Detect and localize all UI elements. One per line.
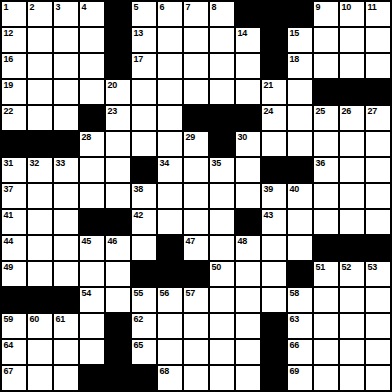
clue-number-64: 64: [4, 340, 13, 350]
block-cell-r9c4: [80, 210, 104, 234]
block-cell-r15c4: [80, 366, 104, 390]
clue-number-24: 24: [264, 106, 273, 116]
cell-r1c1[interactable]: 1: [2, 2, 26, 26]
cell-r3c15[interactable]: [366, 54, 390, 78]
cell-r1c3[interactable]: 3: [54, 2, 78, 26]
clue-number-53: 53: [368, 262, 377, 272]
clue-number-8: 8: [212, 2, 217, 12]
clue-number-62: 62: [134, 314, 143, 324]
cell-r10c6[interactable]: [132, 236, 156, 260]
block-cell-r15c6: [132, 366, 156, 390]
clue-number-9: 9: [316, 2, 321, 12]
block-cell-r9c5: [106, 210, 130, 234]
cell-r4c2[interactable]: [28, 80, 52, 104]
clue-number-48: 48: [238, 236, 247, 246]
cell-r15c8[interactable]: [184, 366, 208, 390]
clue-number-42: 42: [134, 210, 143, 220]
clue-number-28: 28: [82, 132, 91, 142]
block-cell-r7c11: [262, 158, 286, 182]
cell-r4c5[interactable]: 20: [106, 80, 130, 104]
cell-r7c7[interactable]: 34: [158, 158, 182, 182]
cell-r14c2[interactable]: [28, 340, 52, 364]
clue-number-50: 50: [212, 262, 221, 272]
block-cell-r5c8: [184, 106, 208, 130]
clue-number-5: 5: [134, 2, 139, 12]
clue-number-58: 58: [290, 288, 299, 298]
block-cell-r5c10: [236, 106, 260, 130]
cell-r1c13[interactable]: 9: [314, 2, 338, 26]
cell-r10c2[interactable]: [28, 236, 52, 260]
clue-number-44: 44: [4, 236, 13, 246]
cell-r1c15[interactable]: 11: [366, 2, 390, 26]
cell-r14c12[interactable]: 66: [288, 340, 312, 364]
cell-r8c5[interactable]: [106, 184, 130, 208]
block-cell-r15c5: [106, 366, 130, 390]
cell-r1c9[interactable]: 8: [210, 2, 234, 26]
block-cell-r3c11: [262, 54, 286, 78]
cell-r5c11[interactable]: 24: [262, 106, 286, 130]
cell-r9c11[interactable]: 43: [262, 210, 286, 234]
cell-r9c6[interactable]: 42: [132, 210, 156, 234]
cell-r10c4[interactable]: 45: [80, 236, 104, 260]
cell-r12c14[interactable]: [340, 288, 364, 312]
clue-number-30: 30: [238, 132, 247, 142]
cell-r11c13[interactable]: 51: [314, 262, 338, 286]
block-cell-r14c5: [106, 340, 130, 364]
cell-r6c6[interactable]: [132, 132, 156, 156]
cell-r6c14[interactable]: [340, 132, 364, 156]
block-cell-r3c5: [106, 54, 130, 78]
cell-r2c7[interactable]: [158, 28, 182, 52]
clue-number-13: 13: [134, 28, 143, 38]
cell-r7c13[interactable]: 36: [314, 158, 338, 182]
cell-r15c12[interactable]: 69: [288, 366, 312, 390]
cell-r2c12[interactable]: 15: [288, 28, 312, 52]
clue-number-22: 22: [4, 106, 13, 116]
block-cell-r10c14: [340, 236, 364, 260]
clue-number-67: 67: [4, 366, 13, 376]
cell-r8c9[interactable]: [210, 184, 234, 208]
clue-number-40: 40: [290, 184, 299, 194]
cell-r4c1[interactable]: 19: [2, 80, 26, 104]
cell-r3c2[interactable]: [28, 54, 52, 78]
clue-number-59: 59: [4, 314, 13, 324]
cell-r10c3[interactable]: [54, 236, 78, 260]
cell-r14c1[interactable]: 64: [2, 340, 26, 364]
clue-number-12: 12: [4, 28, 13, 38]
cell-r4c4[interactable]: [80, 80, 104, 104]
cell-r10c9[interactable]: [210, 236, 234, 260]
cell-r7c5[interactable]: [106, 158, 130, 182]
cell-r7c3[interactable]: 33: [54, 158, 78, 182]
cell-r10c10[interactable]: 48: [236, 236, 260, 260]
block-cell-r13c11: [262, 314, 286, 338]
cell-r6c7[interactable]: [158, 132, 182, 156]
clue-number-37: 37: [4, 184, 13, 194]
cell-r8c14[interactable]: [340, 184, 364, 208]
clue-number-16: 16: [4, 54, 13, 64]
cell-r6c8[interactable]: 29: [184, 132, 208, 156]
cell-r1c4[interactable]: 4: [80, 2, 104, 26]
cell-r15c15[interactable]: [366, 366, 390, 390]
cell-r4c8[interactable]: [184, 80, 208, 104]
cell-r14c9[interactable]: [210, 340, 234, 364]
cell-r5c5[interactable]: 23: [106, 106, 130, 130]
cell-r15c14[interactable]: [340, 366, 364, 390]
cell-r12c5[interactable]: [106, 288, 130, 312]
cell-r15c13[interactable]: [314, 366, 338, 390]
cell-r14c13[interactable]: [314, 340, 338, 364]
cell-r8c11[interactable]: 39: [262, 184, 286, 208]
clue-number-21: 21: [264, 80, 273, 90]
cell-r6c11[interactable]: [262, 132, 286, 156]
block-cell-r13c5: [106, 314, 130, 338]
cell-r8c3[interactable]: [54, 184, 78, 208]
cell-r9c13[interactable]: [314, 210, 338, 234]
cell-r13c3[interactable]: 61: [54, 314, 78, 338]
block-cell-r11c7: [158, 262, 182, 286]
cell-r5c7[interactable]: [158, 106, 182, 130]
block-cell-r11c6: [132, 262, 156, 286]
cell-r5c14[interactable]: 26: [340, 106, 364, 130]
block-cell-r5c4: [80, 106, 104, 130]
cell-r15c9[interactable]: [210, 366, 234, 390]
block-cell-r7c12: [288, 158, 312, 182]
cell-r13c6[interactable]: 62: [132, 314, 156, 338]
cell-r8c12[interactable]: 40: [288, 184, 312, 208]
cell-r15c7[interactable]: 68: [158, 366, 182, 390]
cell-r12c7[interactable]: 56: [158, 288, 182, 312]
cell-r14c10[interactable]: [236, 340, 260, 364]
cell-r2c1[interactable]: 12: [2, 28, 26, 52]
clue-number-45: 45: [82, 236, 91, 246]
cell-r1c8[interactable]: 7: [184, 2, 208, 26]
clue-number-25: 25: [316, 106, 325, 116]
cell-r4c10[interactable]: [236, 80, 260, 104]
clue-number-15: 15: [290, 28, 299, 38]
clue-number-23: 23: [108, 106, 117, 116]
cell-r8c15[interactable]: [366, 184, 390, 208]
crossword-grid: 1234567891011121314151617181920212223242…: [0, 0, 392, 392]
block-cell-r6c2: [28, 132, 52, 156]
cell-r9c9[interactable]: [210, 210, 234, 234]
cell-r14c14[interactable]: [340, 340, 364, 364]
cell-r3c14[interactable]: [340, 54, 364, 78]
cell-r12c13[interactable]: [314, 288, 338, 312]
cell-r13c14[interactable]: [340, 314, 364, 338]
cell-r3c3[interactable]: [54, 54, 78, 78]
block-cell-r4c15: [366, 80, 390, 104]
cell-r10c8[interactable]: 47: [184, 236, 208, 260]
cell-r13c2[interactable]: 60: [28, 314, 52, 338]
clue-number-56: 56: [160, 288, 169, 298]
block-cell-r15c11: [262, 366, 286, 390]
cell-r13c1[interactable]: 59: [2, 314, 26, 338]
clue-number-32: 32: [30, 158, 39, 168]
clue-number-66: 66: [290, 340, 299, 350]
clue-number-10: 10: [342, 2, 351, 12]
block-cell-r10c15: [366, 236, 390, 260]
cell-r11c4[interactable]: [80, 262, 104, 286]
block-cell-r1c10: [236, 2, 260, 26]
block-cell-r12c3: [54, 288, 78, 312]
clue-number-34: 34: [160, 158, 169, 168]
cell-r2c6[interactable]: 13: [132, 28, 156, 52]
cell-r12c9[interactable]: [210, 288, 234, 312]
cell-r14c7[interactable]: [158, 340, 182, 364]
cell-r8c7[interactable]: [158, 184, 182, 208]
block-cell-r6c9: [210, 132, 234, 156]
clue-number-11: 11: [368, 2, 377, 12]
clue-number-61: 61: [56, 314, 65, 324]
cell-r14c8[interactable]: [184, 340, 208, 364]
cell-r12c11[interactable]: [262, 288, 286, 312]
clue-number-57: 57: [186, 288, 195, 298]
cell-r3c12[interactable]: 18: [288, 54, 312, 78]
block-cell-r4c13: [314, 80, 338, 104]
cell-r10c12[interactable]: [288, 236, 312, 260]
cell-r4c7[interactable]: [158, 80, 182, 104]
cell-r4c3[interactable]: [54, 80, 78, 104]
cell-r7c15[interactable]: [366, 158, 390, 182]
cell-r9c15[interactable]: [366, 210, 390, 234]
cell-r11c3[interactable]: [54, 262, 78, 286]
cell-r1c2[interactable]: 2: [28, 2, 52, 26]
cell-r8c4[interactable]: [80, 184, 104, 208]
cell-r2c9[interactable]: [210, 28, 234, 52]
clue-number-38: 38: [134, 184, 143, 194]
cell-r1c14[interactable]: 10: [340, 2, 364, 26]
cell-r14c6[interactable]: 65: [132, 340, 156, 364]
cell-r8c10[interactable]: [236, 184, 260, 208]
clue-number-6: 6: [160, 2, 165, 12]
cell-r1c7[interactable]: 6: [158, 2, 182, 26]
cell-r10c11[interactable]: [262, 236, 286, 260]
clue-number-39: 39: [264, 184, 273, 194]
block-cell-r6c1: [2, 132, 26, 156]
cell-r3c4[interactable]: [80, 54, 104, 78]
clue-number-55: 55: [134, 288, 143, 298]
cell-r4c12[interactable]: [288, 80, 312, 104]
cell-r2c2[interactable]: [28, 28, 52, 52]
clue-number-20: 20: [108, 80, 117, 90]
clue-number-1: 1: [4, 2, 9, 12]
cell-r5c15[interactable]: 27: [366, 106, 390, 130]
cell-r8c8[interactable]: [184, 184, 208, 208]
cell-r6c13[interactable]: [314, 132, 338, 156]
cell-r9c14[interactable]: [340, 210, 364, 234]
clue-number-54: 54: [82, 288, 91, 298]
block-cell-r12c2: [28, 288, 52, 312]
block-cell-r10c7: [158, 236, 182, 260]
cell-r4c6[interactable]: [132, 80, 156, 104]
cell-r9c2[interactable]: [28, 210, 52, 234]
clue-number-31: 31: [4, 158, 13, 168]
cell-r11c14[interactable]: 52: [340, 262, 364, 286]
cell-r9c12[interactable]: [288, 210, 312, 234]
cell-r13c12[interactable]: 63: [288, 314, 312, 338]
cell-r14c15[interactable]: [366, 340, 390, 364]
clue-number-68: 68: [160, 366, 169, 376]
clue-number-49: 49: [4, 262, 13, 272]
cell-r11c2[interactable]: [28, 262, 52, 286]
cell-r8c1[interactable]: 37: [2, 184, 26, 208]
cell-r8c2[interactable]: [28, 184, 52, 208]
block-cell-r11c12: [288, 262, 312, 286]
cell-r3c1[interactable]: 16: [2, 54, 26, 78]
cell-r11c15[interactable]: 53: [366, 262, 390, 286]
cell-r5c3[interactable]: [54, 106, 78, 130]
clue-number-41: 41: [4, 210, 13, 220]
cell-r15c3[interactable]: [54, 366, 78, 390]
cell-r14c4[interactable]: [80, 340, 104, 364]
cell-r4c11[interactable]: 21: [262, 80, 286, 104]
cell-r9c3[interactable]: [54, 210, 78, 234]
cell-r7c9[interactable]: 35: [210, 158, 234, 182]
cell-r6c15[interactable]: [366, 132, 390, 156]
cell-r6c4[interactable]: 28: [80, 132, 104, 156]
block-cell-r12c1: [2, 288, 26, 312]
cell-r13c7[interactable]: [158, 314, 182, 338]
cell-r6c10[interactable]: 30: [236, 132, 260, 156]
cell-r7c4[interactable]: [80, 158, 104, 182]
cell-r10c1[interactable]: 44: [2, 236, 26, 260]
block-cell-r5c9: [210, 106, 234, 130]
cell-r6c5[interactable]: [106, 132, 130, 156]
cell-r9c8[interactable]: [184, 210, 208, 234]
cell-r3c9[interactable]: [210, 54, 234, 78]
block-cell-r11c8: [184, 262, 208, 286]
block-cell-r14c11: [262, 340, 286, 364]
cell-r12c4[interactable]: 54: [80, 288, 104, 312]
clue-number-35: 35: [212, 158, 221, 168]
cell-r4c9[interactable]: [210, 80, 234, 104]
clue-number-47: 47: [186, 236, 195, 246]
cell-r7c14[interactable]: [340, 158, 364, 182]
cell-r11c11[interactable]: [262, 262, 286, 286]
cell-r2c13[interactable]: [314, 28, 338, 52]
cell-r13c9[interactable]: [210, 314, 234, 338]
cell-r13c15[interactable]: [366, 314, 390, 338]
cell-r11c9[interactable]: 50: [210, 262, 234, 286]
cell-r12c15[interactable]: [366, 288, 390, 312]
cell-r10c5[interactable]: 46: [106, 236, 130, 260]
cell-r2c15[interactable]: [366, 28, 390, 52]
block-cell-r4c14: [340, 80, 364, 104]
block-cell-r7c6: [132, 158, 156, 182]
cell-r11c10[interactable]: [236, 262, 260, 286]
cell-r15c10[interactable]: [236, 366, 260, 390]
cell-r3c6[interactable]: 17: [132, 54, 156, 78]
cell-r12c8[interactable]: 57: [184, 288, 208, 312]
cell-r8c13[interactable]: [314, 184, 338, 208]
block-cell-r1c5: [106, 2, 130, 26]
cell-r3c8[interactable]: [184, 54, 208, 78]
clue-number-65: 65: [134, 340, 143, 350]
cell-r2c3[interactable]: [54, 28, 78, 52]
clue-number-51: 51: [316, 262, 325, 272]
cell-r3c10[interactable]: [236, 54, 260, 78]
clue-number-26: 26: [342, 106, 351, 116]
clue-number-33: 33: [56, 158, 65, 168]
clue-number-17: 17: [134, 54, 143, 64]
cell-r2c10[interactable]: 14: [236, 28, 260, 52]
block-cell-r1c12: [288, 2, 312, 26]
cell-r13c8[interactable]: [184, 314, 208, 338]
cell-r12c6[interactable]: 55: [132, 288, 156, 312]
block-cell-r1c11: [262, 2, 286, 26]
clue-number-14: 14: [238, 28, 247, 38]
clue-number-18: 18: [290, 54, 299, 64]
clue-number-46: 46: [108, 236, 117, 246]
cell-r2c4[interactable]: [80, 28, 104, 52]
cell-r3c13[interactable]: [314, 54, 338, 78]
clue-number-7: 7: [186, 2, 191, 12]
cell-r14c3[interactable]: [54, 340, 78, 364]
clue-number-19: 19: [4, 80, 13, 90]
block-cell-r9c10: [236, 210, 260, 234]
clue-number-60: 60: [30, 314, 39, 324]
cell-r13c4[interactable]: [80, 314, 104, 338]
cell-r5c2[interactable]: [28, 106, 52, 130]
clue-number-3: 3: [56, 2, 61, 12]
clue-number-52: 52: [342, 262, 351, 272]
clue-number-69: 69: [290, 366, 299, 376]
cell-r15c2[interactable]: [28, 366, 52, 390]
cell-r8c6[interactable]: 38: [132, 184, 156, 208]
cell-r7c1[interactable]: 31: [2, 158, 26, 182]
cell-r7c2[interactable]: 32: [28, 158, 52, 182]
cell-r5c1[interactable]: 22: [2, 106, 26, 130]
block-cell-r2c5: [106, 28, 130, 52]
cell-r6c12[interactable]: [288, 132, 312, 156]
clue-number-63: 63: [290, 314, 299, 324]
cell-r11c1[interactable]: 49: [2, 262, 26, 286]
clue-number-43: 43: [264, 210, 273, 220]
block-cell-r6c3: [54, 132, 78, 156]
clue-number-29: 29: [186, 132, 195, 142]
block-cell-r10c13: [314, 236, 338, 260]
cell-r1c6[interactable]: 5: [132, 2, 156, 26]
cell-r7c8[interactable]: [184, 158, 208, 182]
cell-r13c13[interactable]: [314, 314, 338, 338]
block-cell-r2c11: [262, 28, 286, 52]
clue-number-2: 2: [30, 2, 35, 12]
cell-r13c10[interactable]: [236, 314, 260, 338]
cell-r2c14[interactable]: [340, 28, 364, 52]
cell-r15c1[interactable]: 67: [2, 366, 26, 390]
cell-r5c6[interactable]: [132, 106, 156, 130]
cell-r9c1[interactable]: 41: [2, 210, 26, 234]
cell-r11c5[interactable]: [106, 262, 130, 286]
cell-r5c13[interactable]: 25: [314, 106, 338, 130]
clue-number-4: 4: [82, 2, 87, 12]
cell-r7c10[interactable]: [236, 158, 260, 182]
cell-r2c8[interactable]: [184, 28, 208, 52]
clue-number-36: 36: [316, 158, 325, 168]
cell-r12c12[interactable]: 58: [288, 288, 312, 312]
cell-r9c7[interactable]: [158, 210, 182, 234]
cell-r3c7[interactable]: [158, 54, 182, 78]
cell-r5c12[interactable]: [288, 106, 312, 130]
clue-number-27: 27: [368, 106, 377, 116]
cell-r12c10[interactable]: [236, 288, 260, 312]
